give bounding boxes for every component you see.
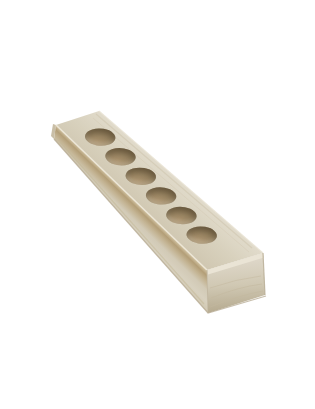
product-photo-stage	[0, 0, 315, 409]
